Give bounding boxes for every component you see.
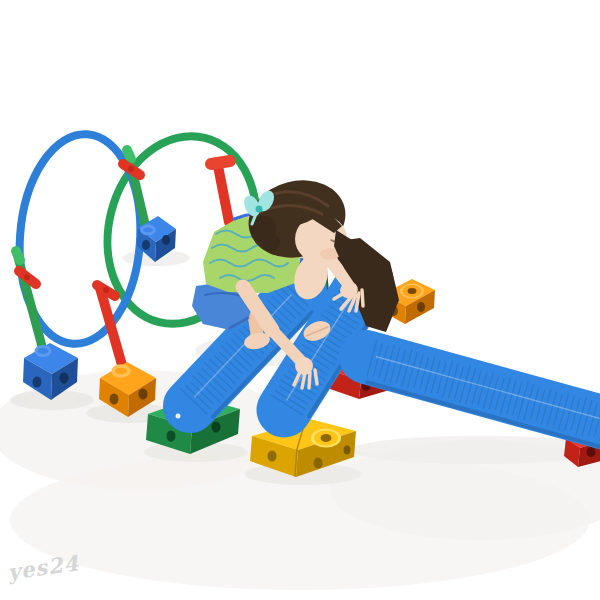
pole-red-upper-cap xyxy=(211,161,230,164)
balance-beam-c xyxy=(366,340,600,447)
pole-green-upper-tip xyxy=(127,150,131,159)
beam-a-screw xyxy=(176,414,181,419)
shadow-beam-c xyxy=(350,436,600,464)
bow-knot xyxy=(256,206,263,213)
pole-red-upper xyxy=(218,166,229,222)
scene-canvas xyxy=(0,0,600,600)
pole-green-left-tip xyxy=(16,251,20,260)
product-photo: yes24 xyxy=(0,0,600,600)
